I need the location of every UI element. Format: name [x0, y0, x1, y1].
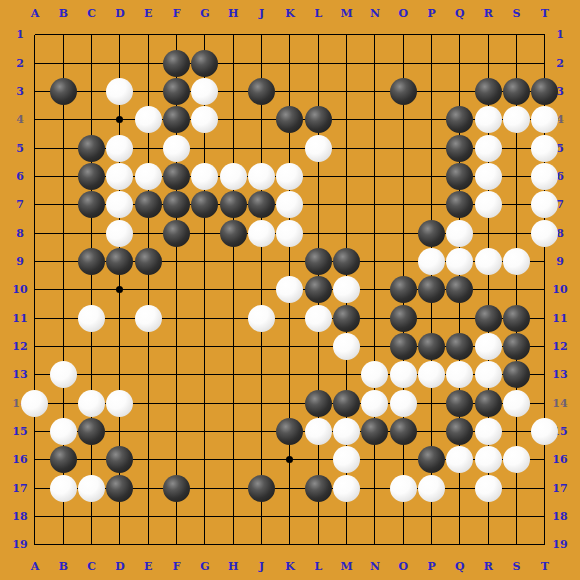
- intersection-D17[interactable]: [106, 474, 134, 502]
- intersection-C19[interactable]: [77, 531, 105, 559]
- intersection-D6[interactable]: [106, 162, 134, 190]
- intersection-J14[interactable]: [247, 389, 275, 417]
- intersection-B18[interactable]: [49, 502, 77, 530]
- intersection-Q17[interactable]: [446, 474, 474, 502]
- intersection-Q6[interactable]: [446, 162, 474, 190]
- intersection-D18[interactable]: [106, 502, 134, 530]
- intersection-O6[interactable]: [389, 162, 417, 190]
- intersection-Q15[interactable]: [446, 417, 474, 445]
- intersection-E10[interactable]: [134, 276, 162, 304]
- intersection-C6[interactable]: [77, 162, 105, 190]
- intersection-E7[interactable]: [134, 191, 162, 219]
- intersection-J15[interactable]: [247, 417, 275, 445]
- intersection-S16[interactable]: [502, 446, 530, 474]
- intersection-C15[interactable]: [77, 417, 105, 445]
- intersection-T13[interactable]: [531, 361, 559, 389]
- intersection-S18[interactable]: [502, 502, 530, 530]
- intersection-E15[interactable]: [134, 417, 162, 445]
- intersection-G19[interactable]: [191, 531, 219, 559]
- intersection-H3[interactable]: [219, 77, 247, 105]
- intersection-C5[interactable]: [77, 134, 105, 162]
- intersection-E6[interactable]: [134, 162, 162, 190]
- intersection-B13[interactable]: [49, 361, 77, 389]
- intersection-E2[interactable]: [134, 49, 162, 77]
- intersection-Q7[interactable]: [446, 191, 474, 219]
- intersection-G17[interactable]: [191, 474, 219, 502]
- intersection-D1[interactable]: [106, 21, 134, 49]
- intersection-Q12[interactable]: [446, 332, 474, 360]
- intersection-D14[interactable]: [106, 389, 134, 417]
- intersection-S3[interactable]: [502, 77, 530, 105]
- intersection-D10[interactable]: [106, 276, 134, 304]
- intersection-B4[interactable]: [49, 106, 77, 134]
- intersection-F4[interactable]: [162, 106, 190, 134]
- intersection-H15[interactable]: [219, 417, 247, 445]
- intersection-G3[interactable]: [191, 77, 219, 105]
- intersection-B6[interactable]: [49, 162, 77, 190]
- intersection-M8[interactable]: [332, 219, 360, 247]
- intersection-C4[interactable]: [77, 106, 105, 134]
- intersection-E5[interactable]: [134, 134, 162, 162]
- intersection-J18[interactable]: [247, 502, 275, 530]
- intersection-P12[interactable]: [417, 332, 445, 360]
- intersection-R1[interactable]: [474, 21, 502, 49]
- intersection-D5[interactable]: [106, 134, 134, 162]
- intersection-L1[interactable]: [304, 21, 332, 49]
- intersection-R9[interactable]: [474, 247, 502, 275]
- intersection-C11[interactable]: [77, 304, 105, 332]
- intersection-C2[interactable]: [77, 49, 105, 77]
- intersection-S15[interactable]: [502, 417, 530, 445]
- intersection-L10[interactable]: [304, 276, 332, 304]
- intersection-B9[interactable]: [49, 247, 77, 275]
- intersection-F1[interactable]: [162, 21, 190, 49]
- intersection-S10[interactable]: [502, 276, 530, 304]
- intersection-G6[interactable]: [191, 162, 219, 190]
- intersection-K16[interactable]: [276, 446, 304, 474]
- intersection-L3[interactable]: [304, 77, 332, 105]
- intersection-O7[interactable]: [389, 191, 417, 219]
- intersection-F13[interactable]: [162, 361, 190, 389]
- intersection-O11[interactable]: [389, 304, 417, 332]
- intersection-A16[interactable]: [21, 446, 49, 474]
- intersection-A5[interactable]: [21, 134, 49, 162]
- intersection-N6[interactable]: [361, 162, 389, 190]
- intersection-A8[interactable]: [21, 219, 49, 247]
- intersection-M19[interactable]: [332, 531, 360, 559]
- intersection-A3[interactable]: [21, 77, 49, 105]
- intersection-K7[interactable]: [276, 191, 304, 219]
- intersection-O8[interactable]: [389, 219, 417, 247]
- intersection-J19[interactable]: [247, 531, 275, 559]
- intersection-P16[interactable]: [417, 446, 445, 474]
- intersection-T2[interactable]: [531, 49, 559, 77]
- intersection-R8[interactable]: [474, 219, 502, 247]
- intersection-D19[interactable]: [106, 531, 134, 559]
- intersection-M4[interactable]: [332, 106, 360, 134]
- intersection-J3[interactable]: [247, 77, 275, 105]
- intersection-Q14[interactable]: [446, 389, 474, 417]
- intersection-A7[interactable]: [21, 191, 49, 219]
- intersection-S5[interactable]: [502, 134, 530, 162]
- intersection-R13[interactable]: [474, 361, 502, 389]
- intersection-N15[interactable]: [361, 417, 389, 445]
- intersection-A11[interactable]: [21, 304, 49, 332]
- intersection-J2[interactable]: [247, 49, 275, 77]
- intersection-K15[interactable]: [276, 417, 304, 445]
- intersection-M5[interactable]: [332, 134, 360, 162]
- intersection-S17[interactable]: [502, 474, 530, 502]
- intersection-T9[interactable]: [531, 247, 559, 275]
- intersection-C8[interactable]: [77, 219, 105, 247]
- intersection-R17[interactable]: [474, 474, 502, 502]
- intersection-A2[interactable]: [21, 49, 49, 77]
- intersection-R10[interactable]: [474, 276, 502, 304]
- intersection-P14[interactable]: [417, 389, 445, 417]
- intersection-Q11[interactable]: [446, 304, 474, 332]
- intersection-B12[interactable]: [49, 332, 77, 360]
- intersection-B15[interactable]: [49, 417, 77, 445]
- intersection-L12[interactable]: [304, 332, 332, 360]
- intersection-K13[interactable]: [276, 361, 304, 389]
- intersection-L14[interactable]: [304, 389, 332, 417]
- intersection-E13[interactable]: [134, 361, 162, 389]
- intersection-E12[interactable]: [134, 332, 162, 360]
- intersection-Q2[interactable]: [446, 49, 474, 77]
- intersection-O15[interactable]: [389, 417, 417, 445]
- intersection-J12[interactable]: [247, 332, 275, 360]
- intersection-F6[interactable]: [162, 162, 190, 190]
- intersection-H2[interactable]: [219, 49, 247, 77]
- intersection-P2[interactable]: [417, 49, 445, 77]
- intersection-O18[interactable]: [389, 502, 417, 530]
- intersection-P11[interactable]: [417, 304, 445, 332]
- intersection-F15[interactable]: [162, 417, 190, 445]
- intersection-H18[interactable]: [219, 502, 247, 530]
- intersection-J13[interactable]: [247, 361, 275, 389]
- intersection-H11[interactable]: [219, 304, 247, 332]
- intersection-A19[interactable]: [21, 531, 49, 559]
- intersection-B14[interactable]: [49, 389, 77, 417]
- intersection-G12[interactable]: [191, 332, 219, 360]
- intersection-B1[interactable]: [49, 21, 77, 49]
- intersection-P4[interactable]: [417, 106, 445, 134]
- intersection-L17[interactable]: [304, 474, 332, 502]
- intersection-G9[interactable]: [191, 247, 219, 275]
- intersection-R5[interactable]: [474, 134, 502, 162]
- intersection-A6[interactable]: [21, 162, 49, 190]
- intersection-M1[interactable]: [332, 21, 360, 49]
- intersection-N1[interactable]: [361, 21, 389, 49]
- intersection-H16[interactable]: [219, 446, 247, 474]
- intersection-Q10[interactable]: [446, 276, 474, 304]
- intersection-D12[interactable]: [106, 332, 134, 360]
- intersection-L19[interactable]: [304, 531, 332, 559]
- intersection-G15[interactable]: [191, 417, 219, 445]
- intersection-P15[interactable]: [417, 417, 445, 445]
- intersection-O12[interactable]: [389, 332, 417, 360]
- intersection-J7[interactable]: [247, 191, 275, 219]
- intersection-D15[interactable]: [106, 417, 134, 445]
- intersection-F2[interactable]: [162, 49, 190, 77]
- intersection-C1[interactable]: [77, 21, 105, 49]
- intersection-K11[interactable]: [276, 304, 304, 332]
- intersection-P8[interactable]: [417, 219, 445, 247]
- intersection-D16[interactable]: [106, 446, 134, 474]
- intersection-N17[interactable]: [361, 474, 389, 502]
- intersection-D7[interactable]: [106, 191, 134, 219]
- intersection-Q16[interactable]: [446, 446, 474, 474]
- intersection-F18[interactable]: [162, 502, 190, 530]
- intersection-K1[interactable]: [276, 21, 304, 49]
- intersection-N4[interactable]: [361, 106, 389, 134]
- intersection-Q4[interactable]: [446, 106, 474, 134]
- intersection-D11[interactable]: [106, 304, 134, 332]
- intersection-R14[interactable]: [474, 389, 502, 417]
- intersection-F12[interactable]: [162, 332, 190, 360]
- intersection-H9[interactable]: [219, 247, 247, 275]
- intersection-A9[interactable]: [21, 247, 49, 275]
- intersection-P17[interactable]: [417, 474, 445, 502]
- intersection-C12[interactable]: [77, 332, 105, 360]
- intersection-O5[interactable]: [389, 134, 417, 162]
- intersection-T6[interactable]: [531, 162, 559, 190]
- intersection-K14[interactable]: [276, 389, 304, 417]
- intersection-T10[interactable]: [531, 276, 559, 304]
- intersection-O14[interactable]: [389, 389, 417, 417]
- intersection-G5[interactable]: [191, 134, 219, 162]
- intersection-N12[interactable]: [361, 332, 389, 360]
- intersection-H5[interactable]: [219, 134, 247, 162]
- intersection-R16[interactable]: [474, 446, 502, 474]
- intersection-O9[interactable]: [389, 247, 417, 275]
- intersection-H1[interactable]: [219, 21, 247, 49]
- intersection-E3[interactable]: [134, 77, 162, 105]
- intersection-K6[interactable]: [276, 162, 304, 190]
- intersection-J11[interactable]: [247, 304, 275, 332]
- intersection-M15[interactable]: [332, 417, 360, 445]
- intersection-S4[interactable]: [502, 106, 530, 134]
- intersection-L5[interactable]: [304, 134, 332, 162]
- intersection-S14[interactable]: [502, 389, 530, 417]
- intersection-R7[interactable]: [474, 191, 502, 219]
- intersection-P1[interactable]: [417, 21, 445, 49]
- intersection-G2[interactable]: [191, 49, 219, 77]
- intersection-D9[interactable]: [106, 247, 134, 275]
- intersection-A13[interactable]: [21, 361, 49, 389]
- intersection-K3[interactable]: [276, 77, 304, 105]
- intersection-S2[interactable]: [502, 49, 530, 77]
- intersection-G1[interactable]: [191, 21, 219, 49]
- intersection-F3[interactable]: [162, 77, 190, 105]
- intersection-H12[interactable]: [219, 332, 247, 360]
- intersection-T17[interactable]: [531, 474, 559, 502]
- intersection-E4[interactable]: [134, 106, 162, 134]
- intersection-E1[interactable]: [134, 21, 162, 49]
- intersection-F8[interactable]: [162, 219, 190, 247]
- intersection-K8[interactable]: [276, 219, 304, 247]
- intersection-H8[interactable]: [219, 219, 247, 247]
- intersection-N13[interactable]: [361, 361, 389, 389]
- intersection-T3[interactable]: [531, 77, 559, 105]
- intersection-N2[interactable]: [361, 49, 389, 77]
- intersection-J17[interactable]: [247, 474, 275, 502]
- intersection-B19[interactable]: [49, 531, 77, 559]
- intersection-M9[interactable]: [332, 247, 360, 275]
- intersection-M3[interactable]: [332, 77, 360, 105]
- intersection-P9[interactable]: [417, 247, 445, 275]
- intersection-G11[interactable]: [191, 304, 219, 332]
- intersection-Q3[interactable]: [446, 77, 474, 105]
- intersection-T12[interactable]: [531, 332, 559, 360]
- intersection-K19[interactable]: [276, 531, 304, 559]
- intersection-R15[interactable]: [474, 417, 502, 445]
- intersection-N14[interactable]: [361, 389, 389, 417]
- intersection-T1[interactable]: [531, 21, 559, 49]
- intersection-F17[interactable]: [162, 474, 190, 502]
- intersection-A10[interactable]: [21, 276, 49, 304]
- intersection-R18[interactable]: [474, 502, 502, 530]
- intersection-K2[interactable]: [276, 49, 304, 77]
- intersection-G14[interactable]: [191, 389, 219, 417]
- intersection-D3[interactable]: [106, 77, 134, 105]
- intersection-J5[interactable]: [247, 134, 275, 162]
- intersection-J10[interactable]: [247, 276, 275, 304]
- intersection-C13[interactable]: [77, 361, 105, 389]
- intersection-T4[interactable]: [531, 106, 559, 134]
- intersection-B16[interactable]: [49, 446, 77, 474]
- intersection-A17[interactable]: [21, 474, 49, 502]
- intersection-M2[interactable]: [332, 49, 360, 77]
- intersection-O19[interactable]: [389, 531, 417, 559]
- intersection-T7[interactable]: [531, 191, 559, 219]
- intersection-A14[interactable]: [21, 389, 49, 417]
- intersection-O10[interactable]: [389, 276, 417, 304]
- intersection-N18[interactable]: [361, 502, 389, 530]
- intersection-M14[interactable]: [332, 389, 360, 417]
- intersection-K17[interactable]: [276, 474, 304, 502]
- intersection-C14[interactable]: [77, 389, 105, 417]
- intersection-K9[interactable]: [276, 247, 304, 275]
- intersection-M16[interactable]: [332, 446, 360, 474]
- intersection-H19[interactable]: [219, 531, 247, 559]
- intersection-L8[interactable]: [304, 219, 332, 247]
- intersection-H6[interactable]: [219, 162, 247, 190]
- intersection-K18[interactable]: [276, 502, 304, 530]
- intersection-T11[interactable]: [531, 304, 559, 332]
- intersection-B11[interactable]: [49, 304, 77, 332]
- intersection-T14[interactable]: [531, 389, 559, 417]
- intersection-M7[interactable]: [332, 191, 360, 219]
- intersection-F9[interactable]: [162, 247, 190, 275]
- intersection-L13[interactable]: [304, 361, 332, 389]
- intersection-G13[interactable]: [191, 361, 219, 389]
- intersection-J9[interactable]: [247, 247, 275, 275]
- intersection-C16[interactable]: [77, 446, 105, 474]
- intersection-M11[interactable]: [332, 304, 360, 332]
- intersection-L9[interactable]: [304, 247, 332, 275]
- intersection-O3[interactable]: [389, 77, 417, 105]
- intersection-T16[interactable]: [531, 446, 559, 474]
- intersection-R3[interactable]: [474, 77, 502, 105]
- intersection-G10[interactable]: [191, 276, 219, 304]
- intersection-H14[interactable]: [219, 389, 247, 417]
- intersection-B2[interactable]: [49, 49, 77, 77]
- intersection-L18[interactable]: [304, 502, 332, 530]
- intersection-E14[interactable]: [134, 389, 162, 417]
- intersection-T19[interactable]: [531, 531, 559, 559]
- intersection-D13[interactable]: [106, 361, 134, 389]
- intersection-G8[interactable]: [191, 219, 219, 247]
- intersection-T8[interactable]: [531, 219, 559, 247]
- intersection-S8[interactable]: [502, 219, 530, 247]
- intersection-N11[interactable]: [361, 304, 389, 332]
- intersection-B5[interactable]: [49, 134, 77, 162]
- intersection-P19[interactable]: [417, 531, 445, 559]
- intersection-F16[interactable]: [162, 446, 190, 474]
- intersection-J4[interactable]: [247, 106, 275, 134]
- intersection-D8[interactable]: [106, 219, 134, 247]
- intersection-T5[interactable]: [531, 134, 559, 162]
- intersection-M18[interactable]: [332, 502, 360, 530]
- intersection-F7[interactable]: [162, 191, 190, 219]
- intersection-C3[interactable]: [77, 77, 105, 105]
- intersection-O2[interactable]: [389, 49, 417, 77]
- intersection-Q13[interactable]: [446, 361, 474, 389]
- intersection-T15[interactable]: [531, 417, 559, 445]
- intersection-G16[interactable]: [191, 446, 219, 474]
- intersection-A15[interactable]: [21, 417, 49, 445]
- intersection-A18[interactable]: [21, 502, 49, 530]
- intersection-J6[interactable]: [247, 162, 275, 190]
- intersection-A1[interactable]: [21, 21, 49, 49]
- intersection-E16[interactable]: [134, 446, 162, 474]
- intersection-F14[interactable]: [162, 389, 190, 417]
- intersection-H4[interactable]: [219, 106, 247, 134]
- intersection-L4[interactable]: [304, 106, 332, 134]
- intersection-E11[interactable]: [134, 304, 162, 332]
- intersection-S1[interactable]: [502, 21, 530, 49]
- intersection-E19[interactable]: [134, 531, 162, 559]
- intersection-Q19[interactable]: [446, 531, 474, 559]
- intersection-F19[interactable]: [162, 531, 190, 559]
- intersection-Q9[interactable]: [446, 247, 474, 275]
- intersection-O13[interactable]: [389, 361, 417, 389]
- intersection-C7[interactable]: [77, 191, 105, 219]
- intersection-H10[interactable]: [219, 276, 247, 304]
- intersection-L2[interactable]: [304, 49, 332, 77]
- intersection-S6[interactable]: [502, 162, 530, 190]
- intersection-S11[interactable]: [502, 304, 530, 332]
- intersection-O4[interactable]: [389, 106, 417, 134]
- intersection-B8[interactable]: [49, 219, 77, 247]
- intersection-D2[interactable]: [106, 49, 134, 77]
- intersection-P6[interactable]: [417, 162, 445, 190]
- intersection-L7[interactable]: [304, 191, 332, 219]
- intersection-G4[interactable]: [191, 106, 219, 134]
- intersection-K10[interactable]: [276, 276, 304, 304]
- intersection-Q5[interactable]: [446, 134, 474, 162]
- intersection-P13[interactable]: [417, 361, 445, 389]
- intersection-P3[interactable]: [417, 77, 445, 105]
- intersection-L16[interactable]: [304, 446, 332, 474]
- intersection-S19[interactable]: [502, 531, 530, 559]
- intersection-E18[interactable]: [134, 502, 162, 530]
- intersection-O1[interactable]: [389, 21, 417, 49]
- intersection-M12[interactable]: [332, 332, 360, 360]
- intersection-C17[interactable]: [77, 474, 105, 502]
- intersection-Q18[interactable]: [446, 502, 474, 530]
